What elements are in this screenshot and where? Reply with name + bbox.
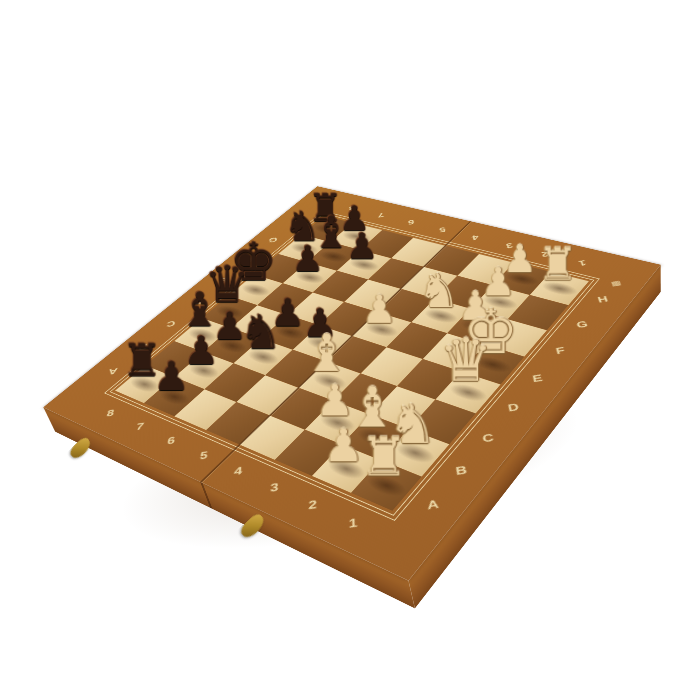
rook-glyph: ♜ bbox=[525, 237, 589, 290]
rook-glyph: ♜ bbox=[345, 425, 422, 488]
pawn-glyph: ♟ bbox=[139, 353, 205, 399]
file-label-D: D bbox=[501, 398, 527, 416]
rank-label-3: 3 bbox=[262, 478, 286, 498]
product-photo-stage: 1122334455667788AABBCCDDEEFFGGHH▦ ♚♛♜♜♞♞… bbox=[0, 0, 700, 700]
file-label-H: H bbox=[591, 292, 616, 307]
rank-label-4: 4 bbox=[226, 461, 250, 480]
file-label-G: G bbox=[570, 316, 595, 332]
rank-label-mirror-4: 4 bbox=[465, 231, 485, 244]
bishop-glyph: ♝ bbox=[293, 323, 360, 383]
maker-logo: ▦ bbox=[608, 278, 625, 288]
file-label-A: A bbox=[420, 494, 446, 515]
rank-label-6: 6 bbox=[159, 432, 182, 450]
rank-label-5: 5 bbox=[192, 446, 216, 465]
rank-label-8: 8 bbox=[99, 405, 122, 422]
queen-glyph: ♛ bbox=[430, 325, 501, 395]
file-label-B: B bbox=[449, 460, 475, 480]
rank-label-2: 2 bbox=[300, 494, 324, 515]
file-label-E: E bbox=[525, 370, 551, 387]
rank-label-mirror-6: 6 bbox=[401, 216, 419, 228]
rank-label-1: 1 bbox=[341, 512, 366, 534]
rank-label-mirror-5: 5 bbox=[432, 223, 451, 235]
file-label-F: F bbox=[548, 342, 573, 359]
pawn-glyph: ♟ bbox=[278, 238, 337, 279]
knight-glyph: ♞ bbox=[228, 304, 292, 359]
rank-label-7: 7 bbox=[128, 418, 151, 435]
pawn-glyph: ♟ bbox=[333, 225, 392, 266]
file-label-C: C bbox=[476, 428, 502, 447]
rank-label-mirror-7: 7 bbox=[372, 209, 390, 221]
